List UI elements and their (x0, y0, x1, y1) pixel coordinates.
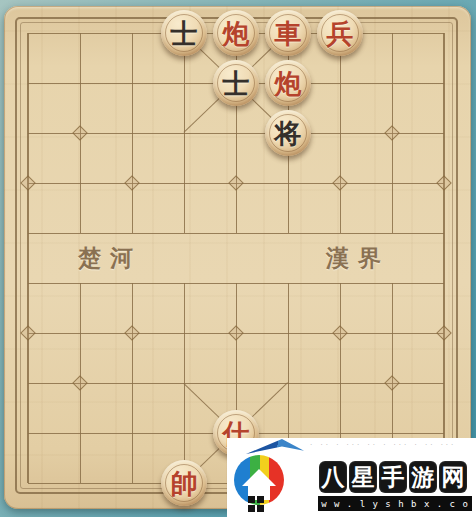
grid-line (132, 33, 133, 233)
site-name-seal-char: 八 (319, 461, 347, 493)
red-general[interactable]: 帥 (161, 460, 207, 506)
piece-glyph: 将 (275, 120, 302, 147)
black-advisor-2[interactable]: 士 (213, 60, 259, 106)
board-grid[interactable]: 楚河 漢界 士炮車兵士炮将仕帥 (28, 33, 444, 483)
point-marker (332, 175, 348, 191)
grid-line (443, 33, 444, 483)
piece-glyph: 炮 (275, 70, 302, 97)
site-name-seal-char: 网 (439, 461, 467, 493)
piece-glyph: 士 (171, 20, 198, 47)
site-name-seals: 八星手游网 (319, 461, 467, 493)
point-marker (384, 125, 400, 141)
point-marker (228, 325, 244, 341)
piece-glyph: 車 (275, 20, 302, 47)
point-marker (124, 325, 140, 341)
river-label-chu-he: 楚河 (78, 243, 142, 274)
site-logo-grid-icon (248, 496, 265, 513)
point-marker (124, 175, 140, 191)
site-name-seal-char: 游 (409, 461, 437, 493)
watermark-band: · ·· · ··· ·· · ··· · ·· ··· 八星手游网 w w w… (227, 438, 476, 517)
grid-line (27, 33, 28, 483)
site-logo-roof-icon (246, 439, 304, 454)
point-marker (384, 375, 400, 391)
black-general[interactable]: 将 (265, 110, 311, 156)
piece-glyph: 士 (223, 70, 250, 97)
point-marker (72, 375, 88, 391)
site-name-seal-char: 星 (349, 461, 377, 493)
red-chariot[interactable]: 車 (265, 10, 311, 56)
red-cannon-2[interactable]: 炮 (265, 60, 311, 106)
xiangqi-board[interactable]: 楚河 漢界 士炮車兵士炮将仕帥 (4, 6, 471, 509)
watermark-faint-text: · ·· · ··· ·· · ··· · ·· ··· (310, 441, 470, 450)
site-url: w w w . l y s h b x . c o m (318, 496, 472, 511)
black-advisor-1[interactable]: 士 (161, 10, 207, 56)
piece-glyph: 帥 (171, 470, 198, 497)
site-name-seal-char: 手 (379, 461, 407, 493)
river-label-han-jie: 漢界 (326, 243, 390, 274)
red-soldier[interactable]: 兵 (317, 10, 363, 56)
grid-line (132, 283, 133, 483)
red-cannon-1[interactable]: 炮 (213, 10, 259, 56)
point-marker (332, 325, 348, 341)
grid-line (340, 33, 341, 233)
xiangqi-screenshot: 楚河 漢界 士炮車兵士炮将仕帥 · ·· · ··· ·· · ··· · ··… (0, 0, 476, 517)
point-marker (72, 125, 88, 141)
point-marker (228, 175, 244, 191)
piece-glyph: 兵 (327, 20, 354, 47)
piece-glyph: 炮 (223, 20, 250, 47)
